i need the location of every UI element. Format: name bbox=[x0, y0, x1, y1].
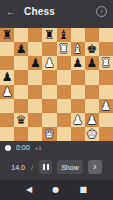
piece-white-king: ♚ bbox=[86, 128, 97, 140]
square-h7[interactable] bbox=[99, 42, 113, 56]
square-a5[interactable]: ♟ bbox=[0, 70, 14, 84]
square-a8[interactable]: ♜ bbox=[0, 28, 14, 42]
info-icon[interactable]: i bbox=[96, 6, 107, 17]
square-g4[interactable] bbox=[85, 85, 99, 99]
square-f2[interactable]: ♟ bbox=[71, 113, 85, 127]
piece-white-pawn: ♟ bbox=[72, 114, 83, 126]
square-e2[interactable] bbox=[57, 113, 71, 127]
piece-white-bishop: ♝ bbox=[72, 43, 83, 55]
clock-row: 0:00 +1 bbox=[0, 141, 113, 154]
square-d3[interactable] bbox=[42, 99, 56, 113]
nav-recents-icon[interactable]: ■ bbox=[79, 180, 87, 200]
square-e1[interactable] bbox=[57, 127, 71, 141]
square-c2[interactable] bbox=[28, 113, 42, 127]
square-f5[interactable] bbox=[71, 70, 85, 84]
piece-white-rook: ♜ bbox=[58, 43, 69, 55]
piece-black-king: ♚ bbox=[86, 43, 97, 55]
square-d4[interactable] bbox=[42, 85, 56, 99]
pause-icon bbox=[43, 164, 45, 170]
square-f1[interactable] bbox=[71, 127, 85, 141]
piece-white-pawn: ♟ bbox=[44, 57, 55, 69]
square-g3[interactable] bbox=[85, 99, 99, 113]
back-icon[interactable]: ← bbox=[6, 6, 20, 17]
square-d6[interactable]: ♟ bbox=[42, 56, 56, 70]
piece-black-rook: ♜ bbox=[2, 29, 13, 41]
pause-icon bbox=[47, 164, 49, 170]
chess-app-screen: ← Chess i ♜♜♝♟♜♝♚♟♟♟♟♜♟♟♟♛♟♟♛♚ 0:00 +1 1… bbox=[0, 0, 113, 200]
square-f4[interactable] bbox=[71, 85, 85, 99]
square-d5[interactable] bbox=[42, 70, 56, 84]
square-d2[interactable] bbox=[42, 113, 56, 127]
square-b4[interactable] bbox=[14, 85, 28, 99]
chess-board: ♜♜♝♟♜♝♚♟♟♟♟♜♟♟♟♛♟♟♛♚ bbox=[0, 28, 113, 141]
square-a7[interactable] bbox=[0, 42, 14, 56]
square-h4[interactable] bbox=[99, 85, 113, 99]
square-a1[interactable] bbox=[0, 127, 14, 141]
square-h6[interactable]: ♜ bbox=[99, 56, 113, 70]
piece-black-queen: ♛ bbox=[16, 114, 27, 126]
piece-white-pawn: ♟ bbox=[101, 100, 112, 112]
square-b7[interactable]: ♟ bbox=[14, 42, 28, 56]
square-e4[interactable] bbox=[57, 85, 71, 99]
square-c3[interactable] bbox=[28, 99, 42, 113]
square-b2[interactable]: ♛ bbox=[14, 113, 28, 127]
square-c8[interactable] bbox=[28, 28, 42, 42]
square-b5[interactable] bbox=[14, 70, 28, 84]
square-d7[interactable] bbox=[42, 42, 56, 56]
square-d1[interactable]: ♛ bbox=[42, 127, 56, 141]
square-a2[interactable] bbox=[0, 113, 14, 127]
piece-black-bishop: ♝ bbox=[58, 29, 69, 41]
piece-white-pawn: ♟ bbox=[86, 114, 97, 126]
square-g5[interactable] bbox=[85, 70, 99, 84]
square-g8[interactable] bbox=[85, 28, 99, 42]
piece-white-rook: ♜ bbox=[101, 57, 112, 69]
square-e7[interactable]: ♜ bbox=[57, 42, 71, 56]
square-b3[interactable] bbox=[14, 99, 28, 113]
app-bar: ← Chess i bbox=[0, 0, 113, 22]
square-h8[interactable] bbox=[99, 28, 113, 42]
square-e3[interactable] bbox=[57, 99, 71, 113]
engine-eval: 14.0 bbox=[11, 164, 25, 171]
square-e5[interactable] bbox=[57, 70, 71, 84]
square-h2[interactable] bbox=[99, 113, 113, 127]
clock-increment: +1 bbox=[35, 145, 42, 151]
square-g1[interactable]: ♚ bbox=[85, 127, 99, 141]
piece-black-pawn: ♟ bbox=[2, 71, 13, 83]
square-g2[interactable]: ♟ bbox=[85, 113, 99, 127]
piece-black-pawn: ♟ bbox=[72, 57, 83, 69]
eval-divider: / bbox=[31, 163, 33, 172]
square-a4[interactable]: ♟ bbox=[0, 85, 14, 99]
piece-black-pawn: ♟ bbox=[86, 57, 97, 69]
square-c7[interactable] bbox=[28, 42, 42, 56]
square-e8[interactable]: ♝ bbox=[57, 28, 71, 42]
piece-black-pawn: ♟ bbox=[16, 43, 27, 55]
nav-home-icon[interactable]: ● bbox=[52, 180, 59, 200]
square-b6[interactable] bbox=[14, 56, 28, 70]
square-a6[interactable] bbox=[0, 56, 14, 70]
piece-black-rook: ♜ bbox=[44, 29, 55, 41]
square-h1[interactable] bbox=[99, 127, 113, 141]
clock-time: 0:00 bbox=[16, 144, 30, 151]
piece-white-pawn: ♟ bbox=[2, 86, 13, 98]
piece-black-pawn: ♟ bbox=[30, 57, 41, 69]
square-b8[interactable] bbox=[14, 28, 28, 42]
square-c5[interactable] bbox=[28, 70, 42, 84]
square-f7[interactable]: ♝ bbox=[71, 42, 85, 56]
square-c6[interactable]: ♟ bbox=[28, 56, 42, 70]
next-move-button[interactable]: › bbox=[88, 160, 102, 174]
square-c1[interactable] bbox=[28, 127, 42, 141]
show-button[interactable]: Show bbox=[57, 160, 83, 174]
square-f6[interactable]: ♟ bbox=[71, 56, 85, 70]
square-a3[interactable] bbox=[0, 99, 14, 113]
page-title: Chess bbox=[24, 6, 96, 17]
android-nav-bar: ◀ ● ■ bbox=[0, 180, 113, 200]
engine-controls: 14.0 / Show › bbox=[0, 154, 113, 180]
square-b1[interactable] bbox=[14, 127, 28, 141]
white-to-move-indicator bbox=[5, 145, 11, 151]
square-c4[interactable] bbox=[28, 85, 42, 99]
square-h5[interactable] bbox=[99, 70, 113, 84]
square-d8[interactable]: ♜ bbox=[42, 28, 56, 42]
square-f8[interactable] bbox=[71, 28, 85, 42]
square-h3[interactable]: ♟ bbox=[99, 99, 113, 113]
pause-button[interactable] bbox=[39, 160, 52, 174]
nav-back-icon[interactable]: ◀ bbox=[26, 180, 32, 200]
square-e6[interactable] bbox=[57, 56, 71, 70]
square-g6[interactable]: ♟ bbox=[85, 56, 99, 70]
square-f3[interactable] bbox=[71, 99, 85, 113]
square-g7[interactable]: ♚ bbox=[85, 42, 99, 56]
piece-white-queen: ♛ bbox=[44, 128, 55, 140]
